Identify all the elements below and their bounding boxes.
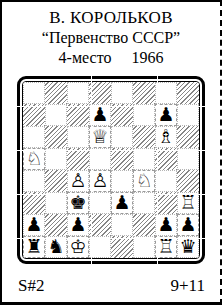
stipulation-label: S#2 (18, 275, 44, 296)
square-g2: ♟ (155, 214, 177, 236)
square-d2 (89, 214, 111, 236)
caption-row: S#2 9+11 (2, 275, 220, 296)
square-c8 (67, 82, 89, 104)
print-break-line (91, 76, 92, 270)
square-b3 (45, 192, 67, 214)
square-d8 (89, 82, 111, 104)
square-a4 (23, 170, 45, 192)
black-pawn-piece: ♟ (25, 213, 42, 235)
white-bishop-piece: ♗ (157, 125, 174, 147)
square-a3 (23, 192, 45, 214)
square-f2 (133, 214, 155, 236)
square-b8 (45, 82, 67, 104)
square-h5 (177, 148, 199, 170)
square-d5 (89, 148, 111, 170)
white-queen-piece: ♕ (91, 125, 108, 147)
author-name: В. КОРОЛЬКОВ (2, 7, 220, 28)
print-break-line (17, 238, 211, 239)
square-e3: ♟ (111, 192, 133, 214)
square-a2: ♟ (23, 214, 45, 236)
square-a8 (23, 82, 45, 104)
chess-board-frame: ♟♟♕♗♘♙♙♘♚♟♖♟♟♟♟♜♞♔♖♛ (17, 76, 205, 264)
square-g8 (155, 82, 177, 104)
square-f1 (133, 236, 155, 258)
square-d7: ♟ (89, 104, 111, 126)
square-c6 (67, 126, 89, 148)
square-b6 (45, 126, 67, 148)
square-e2 (111, 214, 133, 236)
square-d3 (89, 192, 111, 214)
square-e1 (111, 236, 133, 258)
year-text: 1966 (131, 48, 163, 68)
square-h3: ♖ (177, 192, 199, 214)
placement-text: 4-место (59, 48, 112, 68)
square-a1: ♜ (23, 236, 45, 258)
square-c4: ♙ (67, 170, 89, 192)
square-g5 (155, 148, 177, 170)
black-pawn-piece: ♟ (179, 213, 196, 235)
square-c1: ♔ (67, 236, 89, 258)
placement-year-line: 4-место 1966 (2, 48, 220, 68)
print-break-line (17, 106, 211, 107)
square-d4: ♙ (89, 170, 111, 192)
square-e4 (111, 170, 133, 192)
black-pawn-piece: ♟ (157, 213, 174, 235)
scanned-diagram-page: В. КОРОЛЬКОВ “Первенство СССР” 4-место 1… (0, 0, 222, 305)
square-g3 (155, 192, 177, 214)
white-pawn-piece: ♙ (91, 169, 108, 191)
square-h8 (177, 82, 199, 104)
square-c7 (67, 104, 89, 126)
board-grid: ♟♟♕♗♘♙♙♘♚♟♖♟♟♟♟♜♞♔♖♛ (23, 82, 199, 258)
square-h6 (177, 126, 199, 148)
print-break-line (17, 194, 211, 195)
square-f6 (133, 126, 155, 148)
square-g7: ♟ (155, 104, 177, 126)
square-h1: ♛ (177, 236, 199, 258)
square-d1 (89, 236, 111, 258)
square-f5 (133, 148, 155, 170)
square-a6 (23, 126, 45, 148)
chess-board: ♟♟♕♗♘♙♙♘♚♟♖♟♟♟♟♜♞♔♖♛ (22, 81, 200, 259)
event-name: “Первенство СССР” (2, 28, 220, 48)
print-break-line (17, 150, 211, 151)
square-b7 (45, 104, 67, 126)
square-b2 (45, 214, 67, 236)
square-f3 (133, 192, 155, 214)
square-h7 (177, 104, 199, 126)
square-g4 (155, 170, 177, 192)
square-h4 (177, 170, 199, 192)
print-break-line (157, 76, 158, 270)
square-e5 (111, 148, 133, 170)
square-f8 (133, 82, 155, 104)
square-f4: ♘ (133, 170, 155, 192)
white-knight-piece: ♘ (135, 169, 152, 191)
square-d6: ♕ (89, 126, 111, 148)
square-b5 (45, 148, 67, 170)
square-a7 (23, 104, 45, 126)
square-h2: ♟ (177, 214, 199, 236)
square-a5: ♘ (23, 148, 45, 170)
square-f7 (133, 104, 155, 126)
square-c2: ♟ (67, 214, 89, 236)
square-b1: ♞ (45, 236, 67, 258)
square-e8 (111, 82, 133, 104)
square-c3: ♚ (67, 192, 89, 214)
square-e6 (111, 126, 133, 148)
square-g6: ♗ (155, 126, 177, 148)
square-g1: ♖ (155, 236, 177, 258)
black-pawn-piece: ♟ (69, 213, 86, 235)
material-count-label: 9+11 (171, 275, 205, 296)
problem-header: В. КОРОЛЬКОВ “Первенство СССР” 4-место 1… (2, 2, 220, 68)
square-b4 (45, 170, 67, 192)
square-e7 (111, 104, 133, 126)
square-c5 (67, 148, 89, 170)
white-pawn-piece: ♙ (69, 169, 86, 191)
